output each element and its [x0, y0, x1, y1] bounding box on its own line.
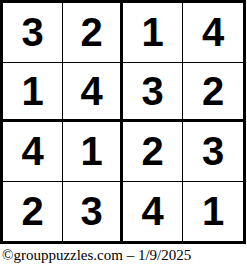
cell-r2c4: 2 — [183, 63, 243, 123]
cell-r1c1: 3 — [3, 3, 63, 63]
cell-r1c4: 4 — [183, 3, 243, 63]
cell-r2c2: 4 — [63, 63, 123, 123]
cell-r3c2: 1 — [63, 122, 123, 182]
cell-r4c2: 3 — [63, 182, 123, 242]
sudoku-page: 3 2 1 4 1 4 3 2 4 1 2 3 2 3 4 1 ©grouppu… — [0, 0, 247, 269]
sudoku-board: 3 2 1 4 1 4 3 2 4 1 2 3 2 3 4 1 — [0, 0, 246, 244]
cell-r2c3: 3 — [123, 63, 183, 123]
cell-r3c4: 3 — [183, 122, 243, 182]
cell-r4c3: 4 — [123, 182, 183, 242]
cell-r3c3: 2 — [123, 122, 183, 182]
cell-r2c1: 1 — [3, 63, 63, 123]
cell-r1c2: 2 — [63, 3, 123, 63]
cell-r4c4: 1 — [183, 182, 243, 242]
copyright-credit: ©grouppuzzles.com – 1/9/2025 — [2, 247, 245, 264]
cell-r4c1: 2 — [3, 182, 63, 242]
cell-r3c1: 4 — [3, 122, 63, 182]
cell-r1c3: 1 — [123, 3, 183, 63]
